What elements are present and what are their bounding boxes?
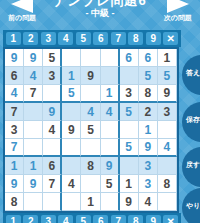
grid-cell-r6c7[interactable]: 5 xyxy=(120,139,139,157)
grid-cell-r3c9[interactable]: 9 xyxy=(158,85,177,103)
grid-cell-r7c7[interactable] xyxy=(120,157,139,175)
grid-cell-r3c2[interactable]: 7 xyxy=(24,85,43,103)
num-key-4[interactable]: 4 xyxy=(58,32,73,45)
grid-cell-r5c5[interactable]: 5 xyxy=(81,121,100,139)
redo-button[interactable]: やり直し xyxy=(182,188,200,223)
num-key-4[interactable]: 4 xyxy=(58,215,73,223)
grid-cell-r6c5[interactable] xyxy=(81,139,100,157)
grid-cell-r4c8[interactable]: 2 xyxy=(139,103,158,121)
grid-cell-r7c9[interactable] xyxy=(158,157,177,175)
grid-cell-r4c1[interactable]: 7 xyxy=(5,103,24,121)
grid-cell-r8c2[interactable]: 9 xyxy=(24,175,43,193)
grid-cell-r1c6[interactable] xyxy=(101,49,120,67)
grid-cell-r3c8[interactable]: 8 xyxy=(139,85,158,103)
grid-cell-r1c2[interactable]: 9 xyxy=(24,49,43,67)
sudoku-app-screen: 前の問題 ナンプレ問題6 - 中級 - 次の問題 123456789✕ 9956… xyxy=(0,0,200,223)
num-key-5[interactable]: 5 xyxy=(76,215,91,223)
grid-cell-r7c6[interactable]: 9 xyxy=(101,157,120,175)
grid-cell-r4c6[interactable]: 4 xyxy=(101,103,120,121)
grid-cell-r1c5[interactable] xyxy=(81,49,100,67)
grid-cell-r3c4[interactable]: 5 xyxy=(62,85,81,103)
num-key-8[interactable]: 8 xyxy=(128,32,143,45)
grid-cell-r2c5[interactable]: 9 xyxy=(81,67,100,85)
grid-cell-r9c3[interactable] xyxy=(43,193,62,211)
grid-cell-r7c3[interactable]: 6 xyxy=(43,157,62,175)
answer-button[interactable]: 答え xyxy=(182,55,200,95)
save-button[interactable]: 保存 xyxy=(182,102,200,142)
grid-cell-r4c5[interactable]: 4 xyxy=(81,103,100,121)
grid-cell-r8c8[interactable]: 3 xyxy=(139,175,158,193)
num-key-9[interactable]: 9 xyxy=(146,215,161,223)
grid-cell-r1c9[interactable]: 1 xyxy=(158,49,177,67)
num-key-8[interactable]: 8 xyxy=(128,215,143,223)
grid-cell-r7c5[interactable]: 8 xyxy=(81,157,100,175)
clear-key[interactable]: ✕ xyxy=(163,215,178,223)
grid-cell-r3c7[interactable]: 3 xyxy=(120,85,139,103)
grid-cell-r9c1[interactable]: 8 xyxy=(5,193,24,211)
grid-cell-r6c9[interactable]: 4 xyxy=(158,139,177,157)
grid-cell-r6c8[interactable]: 9 xyxy=(139,139,158,157)
grid-cell-r4c3[interactable]: 9 xyxy=(43,103,62,121)
clear-key[interactable]: ✕ xyxy=(163,32,178,45)
sudoku-grid: 9956616431955475138979445233495175941168… xyxy=(3,47,179,213)
grid-cell-r8c4[interactable]: 4 xyxy=(62,175,81,193)
grid-cell-r1c4[interactable] xyxy=(62,49,81,67)
num-key-6[interactable]: 6 xyxy=(93,215,108,223)
grid-cell-r2c8[interactable]: 5 xyxy=(139,67,158,85)
num-key-1[interactable]: 1 xyxy=(6,32,21,45)
num-key-9[interactable]: 9 xyxy=(146,32,161,45)
grid-cell-r3c1[interactable]: 4 xyxy=(5,85,24,103)
num-key-3[interactable]: 3 xyxy=(41,215,56,223)
undo-button-label: 戻す xyxy=(186,160,200,170)
num-key-6[interactable]: 6 xyxy=(93,32,108,45)
grid-cell-r4c7[interactable]: 5 xyxy=(120,103,139,121)
grid-cell-r3c5[interactable] xyxy=(81,85,100,103)
save-button-label: 保存 xyxy=(186,115,200,125)
grid-cell-r9c6[interactable] xyxy=(101,193,120,211)
grid-cell-r8c9[interactable]: 8 xyxy=(158,175,177,193)
grid-cell-r2c7[interactable] xyxy=(120,67,139,85)
grid-cell-r6c2[interactable] xyxy=(24,139,43,157)
grid-cell-r9c8[interactable]: 4 xyxy=(139,193,158,211)
grid-cell-r2c3[interactable]: 3 xyxy=(43,67,62,85)
grid-cell-r8c3[interactable]: 7 xyxy=(43,175,62,193)
grid-cell-r6c4[interactable] xyxy=(62,139,81,157)
num-key-1[interactable]: 1 xyxy=(6,215,21,223)
grid-cell-r7c8[interactable]: 3 xyxy=(139,157,158,175)
grid-cell-r6c6[interactable] xyxy=(101,139,120,157)
grid-cell-r5c7[interactable] xyxy=(120,121,139,139)
grid-cell-r5c6[interactable] xyxy=(101,121,120,139)
grid-cell-r8c5[interactable] xyxy=(81,175,100,193)
grid-cell-r1c1[interactable]: 9 xyxy=(5,49,24,67)
grid-cell-r2c4[interactable]: 1 xyxy=(62,67,81,85)
grid-cell-r2c2[interactable]: 4 xyxy=(24,67,43,85)
number-pad-bottom: 123456789✕ xyxy=(3,213,181,223)
grid-cell-r3c6[interactable]: 1 xyxy=(101,85,120,103)
grid-cell-r2c9[interactable]: 5 xyxy=(158,67,177,85)
grid-cell-r7c4[interactable] xyxy=(62,157,81,175)
answer-button-label: 答え xyxy=(186,68,200,78)
next-problem-arrow-icon[interactable] xyxy=(167,0,189,13)
num-key-7[interactable]: 7 xyxy=(111,32,126,45)
grid-cell-r6c3[interactable] xyxy=(43,139,62,157)
num-key-3[interactable]: 3 xyxy=(41,32,56,45)
grid-cell-r4c9[interactable]: 3 xyxy=(158,103,177,121)
undo-button[interactable]: 戻す xyxy=(182,147,200,187)
grid-cell-r9c9[interactable] xyxy=(158,193,177,211)
grid-cell-r4c2[interactable] xyxy=(24,103,43,121)
grid-cell-r9c2[interactable] xyxy=(24,193,43,211)
grid-cell-r1c8[interactable]: 6 xyxy=(139,49,158,67)
grid-cell-r8c7[interactable]: 1 xyxy=(120,175,139,193)
grid-cell-r7c2[interactable]: 1 xyxy=(24,157,43,175)
grid-cell-r3c3[interactable] xyxy=(43,85,62,103)
grid-cell-r9c5[interactable]: 1 xyxy=(81,193,100,211)
grid-cell-r1c7[interactable]: 6 xyxy=(120,49,139,67)
grid-cell-r5c3[interactable]: 4 xyxy=(43,121,62,139)
grid-cell-r6c1[interactable]: 7 xyxy=(5,139,24,157)
grid-cell-r9c4[interactable] xyxy=(62,193,81,211)
grid-cell-r2c6[interactable] xyxy=(101,67,120,85)
grid-cell-r9c7[interactable]: 9 xyxy=(120,193,139,211)
grid-cell-r5c8[interactable]: 1 xyxy=(139,121,158,139)
grid-cell-r5c9[interactable] xyxy=(158,121,177,139)
grid-cell-r8c1[interactable]: 9 xyxy=(5,175,24,193)
grid-cell-r7c1[interactable]: 1 xyxy=(5,157,24,175)
grid-cell-r8c6[interactable]: 5 xyxy=(101,175,120,193)
next-problem-label[interactable]: 次の問題 xyxy=(164,13,192,23)
grid-cell-r5c4[interactable]: 9 xyxy=(62,121,81,139)
num-key-2[interactable]: 2 xyxy=(23,32,38,45)
grid-cell-r5c2[interactable] xyxy=(24,121,43,139)
grid-cell-r4c4[interactable] xyxy=(62,103,81,121)
grid-cell-r1c3[interactable]: 5 xyxy=(43,49,62,67)
number-pad-top: 123456789✕ xyxy=(3,30,181,47)
redo-button-label: やり直し xyxy=(186,201,200,211)
num-key-7[interactable]: 7 xyxy=(111,215,126,223)
num-key-2[interactable]: 2 xyxy=(23,215,38,223)
grid-cell-r5c1[interactable]: 3 xyxy=(5,121,24,139)
grid-cell-r2c1[interactable]: 6 xyxy=(5,67,24,85)
num-key-5[interactable]: 5 xyxy=(76,32,91,45)
